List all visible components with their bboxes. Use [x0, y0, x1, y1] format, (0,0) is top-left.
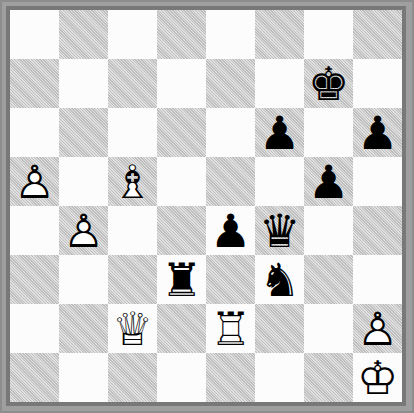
square-h6[interactable]: ♟	[353, 108, 402, 157]
square-c8[interactable]	[108, 10, 157, 59]
square-g1[interactable]	[304, 353, 353, 402]
black-rook-icon: ♜	[157, 255, 206, 304]
square-f4[interactable]: ♛	[255, 206, 304, 255]
square-d7[interactable]	[157, 59, 206, 108]
square-f8[interactable]	[255, 10, 304, 59]
black-pawn-icon: ♟	[304, 157, 353, 206]
square-e5[interactable]	[206, 157, 255, 206]
square-d5[interactable]	[157, 157, 206, 206]
piece-white-pawn-h2[interactable]: ♟♙	[353, 304, 402, 353]
square-a8[interactable]	[10, 10, 59, 59]
square-a3[interactable]	[10, 255, 59, 304]
square-d6[interactable]	[157, 108, 206, 157]
chess-board: ♚♟♟♟♙♝♗♟♟♙♟♛♜♞♛♕♜♖♟♙♚♔	[6, 6, 406, 406]
black-pawn-icon: ♟	[353, 108, 402, 157]
square-h2[interactable]: ♟♙	[353, 304, 402, 353]
piece-black-king-g7[interactable]: ♚	[304, 59, 353, 108]
square-a6[interactable]	[10, 108, 59, 157]
square-c3[interactable]	[108, 255, 157, 304]
square-c5[interactable]: ♝♗	[108, 157, 157, 206]
square-d8[interactable]	[157, 10, 206, 59]
white-queen-icon: ♕	[108, 304, 157, 353]
square-c1[interactable]	[108, 353, 157, 402]
white-bishop-icon: ♗	[108, 157, 157, 206]
square-a2[interactable]	[10, 304, 59, 353]
piece-white-king-h1[interactable]: ♚♔	[353, 353, 402, 402]
black-king-icon: ♚	[304, 59, 353, 108]
piece-black-pawn-g5[interactable]: ♟	[304, 157, 353, 206]
square-b1[interactable]	[59, 353, 108, 402]
square-c4[interactable]	[108, 206, 157, 255]
square-c7[interactable]	[108, 59, 157, 108]
piece-black-queen-f4[interactable]: ♛	[255, 206, 304, 255]
square-g6[interactable]	[304, 108, 353, 157]
square-c2[interactable]: ♛♕	[108, 304, 157, 353]
square-b2[interactable]	[59, 304, 108, 353]
square-g5[interactable]: ♟	[304, 157, 353, 206]
square-a1[interactable]	[10, 353, 59, 402]
piece-white-rook-e2[interactable]: ♜♖	[206, 304, 255, 353]
square-e3[interactable]	[206, 255, 255, 304]
square-h1[interactable]: ♚♔	[353, 353, 402, 402]
square-d3[interactable]: ♜	[157, 255, 206, 304]
square-e4[interactable]: ♟	[206, 206, 255, 255]
square-g2[interactable]	[304, 304, 353, 353]
square-f2[interactable]	[255, 304, 304, 353]
square-h3[interactable]	[353, 255, 402, 304]
piece-white-pawn-a5[interactable]: ♟♙	[10, 157, 59, 206]
square-c6[interactable]	[108, 108, 157, 157]
white-rook-icon: ♖	[206, 304, 255, 353]
square-f6[interactable]: ♟	[255, 108, 304, 157]
square-b3[interactable]	[59, 255, 108, 304]
square-e6[interactable]	[206, 108, 255, 157]
square-a5[interactable]: ♟♙	[10, 157, 59, 206]
square-e7[interactable]	[206, 59, 255, 108]
piece-white-queen-c2[interactable]: ♛♕	[108, 304, 157, 353]
square-d1[interactable]	[157, 353, 206, 402]
square-a4[interactable]	[10, 206, 59, 255]
square-f5[interactable]	[255, 157, 304, 206]
square-e8[interactable]	[206, 10, 255, 59]
black-queen-icon: ♛	[255, 206, 304, 255]
square-b8[interactable]	[59, 10, 108, 59]
square-h4[interactable]	[353, 206, 402, 255]
black-knight-icon: ♞	[255, 255, 304, 304]
piece-black-knight-f3[interactable]: ♞	[255, 255, 304, 304]
square-b4[interactable]: ♟♙	[59, 206, 108, 255]
square-g4[interactable]	[304, 206, 353, 255]
white-pawn-icon: ♙	[10, 157, 59, 206]
white-king-icon: ♔	[353, 353, 402, 402]
square-f7[interactable]	[255, 59, 304, 108]
black-pawn-icon: ♟	[206, 206, 255, 255]
piece-black-rook-d3[interactable]: ♜	[157, 255, 206, 304]
square-f1[interactable]	[255, 353, 304, 402]
square-e2[interactable]: ♜♖	[206, 304, 255, 353]
piece-black-pawn-f6[interactable]: ♟	[255, 108, 304, 157]
piece-black-pawn-e4[interactable]: ♟	[206, 206, 255, 255]
square-d2[interactable]	[157, 304, 206, 353]
square-b6[interactable]	[59, 108, 108, 157]
black-pawn-icon: ♟	[255, 108, 304, 157]
square-e1[interactable]	[206, 353, 255, 402]
piece-white-pawn-b4[interactable]: ♟♙	[59, 206, 108, 255]
square-g8[interactable]	[304, 10, 353, 59]
square-b5[interactable]	[59, 157, 108, 206]
square-h5[interactable]	[353, 157, 402, 206]
white-pawn-icon: ♙	[59, 206, 108, 255]
board-frame: ♚♟♟♟♙♝♗♟♟♙♟♛♜♞♛♕♜♖♟♙♚♔	[0, 0, 414, 413]
white-pawn-icon: ♙	[353, 304, 402, 353]
square-b7[interactable]	[59, 59, 108, 108]
square-g7[interactable]: ♚	[304, 59, 353, 108]
square-d4[interactable]	[157, 206, 206, 255]
square-a7[interactable]	[10, 59, 59, 108]
piece-white-bishop-c5[interactable]: ♝♗	[108, 157, 157, 206]
piece-black-pawn-h6[interactable]: ♟	[353, 108, 402, 157]
square-h8[interactable]	[353, 10, 402, 59]
square-h7[interactable]	[353, 59, 402, 108]
square-g3[interactable]	[304, 255, 353, 304]
square-f3[interactable]: ♞	[255, 255, 304, 304]
